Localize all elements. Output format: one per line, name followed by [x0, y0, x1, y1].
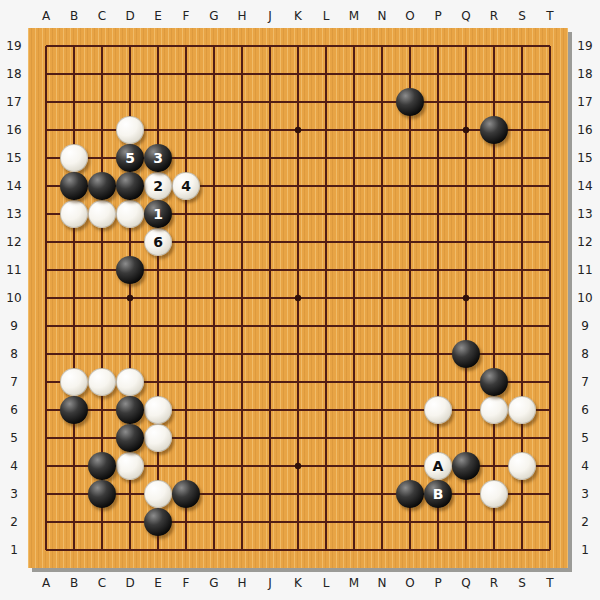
- coord-bottom-R: R: [490, 576, 498, 590]
- coord-bottom-N: N: [378, 576, 387, 590]
- coord-top-C: C: [98, 9, 106, 23]
- coord-right-13: 13: [577, 207, 592, 221]
- coord-left-4: 4: [10, 459, 18, 473]
- coord-top-F: F: [183, 9, 190, 23]
- coord-left-3: 3: [10, 487, 18, 501]
- stone-black-E13[interactable]: 1: [144, 200, 172, 228]
- stone-white-R6[interactable]: [480, 396, 508, 424]
- stone-white-D13[interactable]: [116, 200, 144, 228]
- coord-right-18: 18: [577, 67, 592, 81]
- coord-left-19: 19: [6, 39, 21, 53]
- stone-white-P4[interactable]: A: [424, 452, 452, 480]
- coord-right-19: 19: [577, 39, 592, 53]
- coord-top-S: S: [518, 9, 526, 23]
- coord-left-13: 13: [6, 207, 21, 221]
- coord-bottom-B: B: [70, 576, 78, 590]
- coord-right-15: 15: [577, 151, 592, 165]
- stone-black-C4[interactable]: [88, 452, 116, 480]
- coord-bottom-D: D: [125, 576, 134, 590]
- stone-black-O17[interactable]: [396, 88, 424, 116]
- stone-label-B: B: [433, 487, 444, 501]
- coord-bottom-G: G: [209, 576, 218, 590]
- coord-top-G: G: [209, 9, 218, 23]
- coord-left-5: 5: [10, 431, 18, 445]
- coord-left-8: 8: [10, 347, 18, 361]
- coord-top-T: T: [546, 9, 553, 23]
- stone-label-6: 6: [153, 235, 163, 249]
- stone-black-Q8[interactable]: [452, 340, 480, 368]
- stone-white-F14[interactable]: 4: [172, 172, 200, 200]
- coord-top-K: K: [294, 9, 302, 23]
- stone-white-B13[interactable]: [60, 200, 88, 228]
- stone-black-F3[interactable]: [172, 480, 200, 508]
- stone-white-C7[interactable]: [88, 368, 116, 396]
- stone-white-B7[interactable]: [60, 368, 88, 396]
- stone-label-2: 2: [153, 179, 163, 193]
- coord-top-M: M: [349, 9, 359, 23]
- stone-black-D15[interactable]: 5: [116, 144, 144, 172]
- star-point-D10: [127, 295, 133, 301]
- stone-black-C14[interactable]: [88, 172, 116, 200]
- coord-left-10: 10: [6, 291, 21, 305]
- stone-white-P6[interactable]: [424, 396, 452, 424]
- coord-right-4: 4: [581, 459, 589, 473]
- coord-top-P: P: [434, 9, 441, 23]
- stone-white-D4[interactable]: [116, 452, 144, 480]
- stone-label-1: 1: [153, 207, 163, 221]
- stone-white-E14[interactable]: 2: [144, 172, 172, 200]
- coord-bottom-Q: Q: [461, 576, 470, 590]
- coord-bottom-C: C: [98, 576, 106, 590]
- stone-black-P3[interactable]: B: [424, 480, 452, 508]
- coord-bottom-M: M: [349, 576, 359, 590]
- coord-top-J: J: [268, 9, 272, 23]
- stone-black-O3[interactable]: [396, 480, 424, 508]
- stone-white-E5[interactable]: [144, 424, 172, 452]
- coord-right-16: 16: [577, 123, 592, 137]
- star-point-K4: [295, 463, 301, 469]
- coord-right-10: 10: [577, 291, 592, 305]
- coord-top-D: D: [125, 9, 134, 23]
- coord-top-B: B: [70, 9, 78, 23]
- coord-right-7: 7: [581, 375, 589, 389]
- coord-bottom-E: E: [154, 576, 162, 590]
- stone-black-E15[interactable]: 3: [144, 144, 172, 172]
- coord-top-E: E: [154, 9, 162, 23]
- coord-bottom-A: A: [42, 576, 50, 590]
- stone-white-D16[interactable]: [116, 116, 144, 144]
- stone-white-S4[interactable]: [508, 452, 536, 480]
- coord-left-16: 16: [6, 123, 21, 137]
- coord-right-11: 11: [577, 263, 592, 277]
- coord-top-O: O: [405, 9, 414, 23]
- coord-left-17: 17: [6, 95, 21, 109]
- stone-black-R7[interactable]: [480, 368, 508, 396]
- coord-right-8: 8: [581, 347, 589, 361]
- coord-bottom-H: H: [237, 576, 246, 590]
- go-diagram: ABCDEFGHJKLMNOPQRST ABCDEFGHJKLMNOPQRST …: [0, 0, 600, 600]
- stone-label-3: 3: [153, 151, 163, 165]
- coord-left-18: 18: [6, 67, 21, 81]
- coord-left-6: 6: [10, 403, 18, 417]
- coord-bottom-S: S: [518, 576, 526, 590]
- coord-right-14: 14: [577, 179, 592, 193]
- stone-label-A: A: [433, 459, 444, 473]
- coord-top-L: L: [323, 9, 330, 23]
- coord-right-1: 1: [581, 543, 589, 557]
- stone-black-D14[interactable]: [116, 172, 144, 200]
- coord-left-14: 14: [6, 179, 21, 193]
- coord-bottom-O: O: [405, 576, 414, 590]
- coord-right-6: 6: [581, 403, 589, 417]
- stone-black-B6[interactable]: [60, 396, 88, 424]
- star-point-K10: [295, 295, 301, 301]
- coord-top-R: R: [490, 9, 498, 23]
- stone-white-E12[interactable]: 6: [144, 228, 172, 256]
- coord-top-N: N: [378, 9, 387, 23]
- coord-right-3: 3: [581, 487, 589, 501]
- stone-black-D5[interactable]: [116, 424, 144, 452]
- coord-bottom-P: P: [434, 576, 441, 590]
- stone-black-R16[interactable]: [480, 116, 508, 144]
- coord-right-5: 5: [581, 431, 589, 445]
- coord-top-H: H: [237, 9, 246, 23]
- coord-left-7: 7: [10, 375, 18, 389]
- stone-white-D7[interactable]: [116, 368, 144, 396]
- coord-bottom-L: L: [323, 576, 330, 590]
- go-board[interactable]: 246A531B: [28, 28, 568, 568]
- stone-white-B15[interactable]: [60, 144, 88, 172]
- stone-white-R3[interactable]: [480, 480, 508, 508]
- coord-left-15: 15: [6, 151, 21, 165]
- stone-black-E2[interactable]: [144, 508, 172, 536]
- stone-label-4: 4: [181, 179, 191, 193]
- stone-black-Q4[interactable]: [452, 452, 480, 480]
- coord-bottom-F: F: [183, 576, 190, 590]
- coord-left-9: 9: [10, 319, 18, 333]
- coord-right-2: 2: [581, 515, 589, 529]
- coord-bottom-K: K: [294, 576, 302, 590]
- star-point-Q16: [463, 127, 469, 133]
- stone-black-D11[interactable]: [116, 256, 144, 284]
- coord-right-12: 12: [577, 235, 592, 249]
- coord-bottom-T: T: [546, 576, 553, 590]
- star-point-Q10: [463, 295, 469, 301]
- stone-white-E3[interactable]: [144, 480, 172, 508]
- coord-left-1: 1: [10, 543, 18, 557]
- coord-top-A: A: [42, 9, 50, 23]
- coord-right-17: 17: [577, 95, 592, 109]
- stone-black-C3[interactable]: [88, 480, 116, 508]
- stone-black-B14[interactable]: [60, 172, 88, 200]
- coord-left-11: 11: [6, 263, 21, 277]
- coord-left-12: 12: [6, 235, 21, 249]
- stone-black-D6[interactable]: [116, 396, 144, 424]
- star-point-K16: [295, 127, 301, 133]
- stone-white-S6[interactable]: [508, 396, 536, 424]
- stone-white-C13[interactable]: [88, 200, 116, 228]
- coord-left-2: 2: [10, 515, 18, 529]
- stone-white-E6[interactable]: [144, 396, 172, 424]
- coord-top-Q: Q: [461, 9, 470, 23]
- coord-bottom-J: J: [268, 576, 272, 590]
- coord-right-9: 9: [581, 319, 589, 333]
- stone-label-5: 5: [125, 151, 135, 165]
